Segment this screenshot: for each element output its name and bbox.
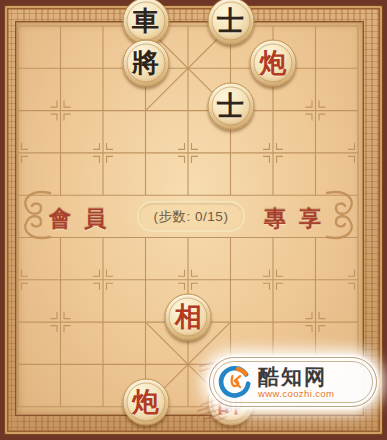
piece-red-cannon-2[interactable]: 炮 <box>122 378 169 425</box>
piece-glyph: 士 <box>217 7 244 34</box>
scroll-ornament-left <box>17 186 53 244</box>
piece-black-general[interactable]: 將 <box>122 40 169 87</box>
piece-black-advisor-2[interactable]: 士 <box>207 82 254 129</box>
steps-counter-text: (步数: 0/15) <box>154 208 229 226</box>
piece-glyph: 相 <box>175 303 202 330</box>
xiangqi-puzzle-screen: 會員 (步数: 0/15) 專享 車士將士炮相炮帥 酷知网 www.coozhi… <box>0 0 387 440</box>
site-watermark: 酷知网 www.coozhi.com <box>209 357 377 407</box>
piece-glyph: 炮 <box>260 49 287 76</box>
piece-glyph: 炮 <box>132 387 159 414</box>
watermark-text-block: 酷知网 www.coozhi.com <box>258 366 334 399</box>
piece-glyph: 將 <box>132 49 159 76</box>
watermark-site-name: 酷知网 <box>258 366 327 388</box>
river-label-exclusive: 專享 <box>264 205 334 231</box>
coozhi-logo-icon <box>218 365 252 399</box>
watermark-site-url: www.coozhi.com <box>258 388 334 399</box>
steps-counter: (步数: 0/15) <box>137 201 245 232</box>
piece-glyph: 士 <box>217 91 244 118</box>
piece-red-elephant[interactable]: 相 <box>165 294 212 341</box>
river-label-member: 會員 <box>49 205 119 231</box>
piece-glyph: 車 <box>132 7 159 34</box>
piece-red-cannon-1[interactable]: 炮 <box>250 40 297 87</box>
